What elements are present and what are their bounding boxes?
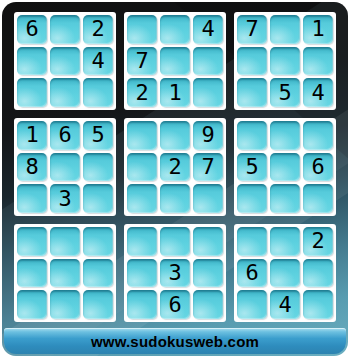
- cell-r4c5[interactable]: [160, 121, 190, 150]
- cell-r9c1[interactable]: [17, 290, 47, 319]
- cell-r2c9[interactable]: [303, 47, 333, 76]
- cell-r4c1[interactable]: 1: [17, 121, 47, 150]
- box-3-1: [14, 224, 116, 322]
- cell-r8c9[interactable]: [303, 259, 333, 288]
- cell-r6c5[interactable]: [160, 184, 190, 213]
- cell-r5c1[interactable]: 8: [17, 153, 47, 182]
- cell-r3c4[interactable]: 2: [127, 78, 157, 107]
- cell-r5c7[interactable]: 5: [237, 153, 267, 182]
- cell-r5c8[interactable]: [270, 153, 300, 182]
- cell-r8c2[interactable]: [50, 259, 80, 288]
- cell-r5c9[interactable]: 6: [303, 153, 333, 182]
- cell-r1c7[interactable]: 7: [237, 15, 267, 44]
- cell-r6c1[interactable]: [17, 184, 47, 213]
- cell-r1c4[interactable]: [127, 15, 157, 44]
- cell-r9c5[interactable]: 6: [160, 290, 190, 319]
- cell-r6c2[interactable]: 3: [50, 184, 80, 213]
- cell-r4c2[interactable]: 6: [50, 121, 80, 150]
- cell-r7c3[interactable]: [83, 227, 113, 256]
- box-1-1: 624: [14, 12, 116, 110]
- cell-r5c2[interactable]: [50, 153, 80, 182]
- cell-r8c8[interactable]: [270, 259, 300, 288]
- cell-r5c4[interactable]: [127, 153, 157, 182]
- sudoku-board: 62447217154165839275636264: [14, 12, 336, 322]
- box-1-2: 4721: [124, 12, 226, 110]
- cell-r2c4[interactable]: 7: [127, 47, 157, 76]
- cell-r2c3[interactable]: 4: [83, 47, 113, 76]
- cell-r6c9[interactable]: [303, 184, 333, 213]
- cell-r1c8[interactable]: [270, 15, 300, 44]
- cell-r7c2[interactable]: [50, 227, 80, 256]
- cell-r8c5[interactable]: 3: [160, 259, 190, 288]
- cell-r2c1[interactable]: [17, 47, 47, 76]
- cell-r6c6[interactable]: [193, 184, 223, 213]
- cell-r8c1[interactable]: [17, 259, 47, 288]
- cell-r9c6[interactable]: [193, 290, 223, 319]
- footer-bar: www.sudokusweb.com: [4, 328, 346, 354]
- cell-r6c7[interactable]: [237, 184, 267, 213]
- cell-r1c2[interactable]: [50, 15, 80, 44]
- cell-r7c9[interactable]: 2: [303, 227, 333, 256]
- cell-r3c8[interactable]: 5: [270, 78, 300, 107]
- cell-r9c4[interactable]: [127, 290, 157, 319]
- box-2-3: 56: [234, 118, 336, 216]
- cell-r1c3[interactable]: 2: [83, 15, 113, 44]
- cell-r7c5[interactable]: [160, 227, 190, 256]
- cell-r3c2[interactable]: [50, 78, 80, 107]
- cell-r4c7[interactable]: [237, 121, 267, 150]
- cell-r4c4[interactable]: [127, 121, 157, 150]
- box-2-1: 16583: [14, 118, 116, 216]
- cell-r3c1[interactable]: [17, 78, 47, 107]
- cell-r2c6[interactable]: [193, 47, 223, 76]
- cell-r6c3[interactable]: [83, 184, 113, 213]
- cell-r9c8[interactable]: 4: [270, 290, 300, 319]
- cell-r2c2[interactable]: [50, 47, 80, 76]
- cell-r4c9[interactable]: [303, 121, 333, 150]
- box-3-3: 264: [234, 224, 336, 322]
- box-3-2: 36: [124, 224, 226, 322]
- cell-r7c8[interactable]: [270, 227, 300, 256]
- cell-r5c5[interactable]: 2: [160, 153, 190, 182]
- cell-r2c5[interactable]: [160, 47, 190, 76]
- cell-r8c6[interactable]: [193, 259, 223, 288]
- cell-r3c9[interactable]: 4: [303, 78, 333, 107]
- cell-r3c6[interactable]: [193, 78, 223, 107]
- box-2-2: 927: [124, 118, 226, 216]
- cell-r5c3[interactable]: [83, 153, 113, 182]
- cell-r8c3[interactable]: [83, 259, 113, 288]
- cell-r9c3[interactable]: [83, 290, 113, 319]
- cell-r7c6[interactable]: [193, 227, 223, 256]
- cell-r1c6[interactable]: 4: [193, 15, 223, 44]
- site-link[interactable]: www.sudokusweb.com: [91, 333, 259, 350]
- cell-r6c4[interactable]: [127, 184, 157, 213]
- cell-r9c9[interactable]: [303, 290, 333, 319]
- cell-r7c7[interactable]: [237, 227, 267, 256]
- cell-r8c7[interactable]: 6: [237, 259, 267, 288]
- cell-r3c3[interactable]: [83, 78, 113, 107]
- cell-r9c2[interactable]: [50, 290, 80, 319]
- cell-r8c4[interactable]: [127, 259, 157, 288]
- cell-r6c8[interactable]: [270, 184, 300, 213]
- cell-r5c6[interactable]: 7: [193, 153, 223, 182]
- sudoku-page: 62447217154165839275636264 www.sudokuswe…: [0, 0, 350, 360]
- cell-r1c1[interactable]: 6: [17, 15, 47, 44]
- board-frame: 62447217154165839275636264 www.sudokuswe…: [2, 2, 348, 356]
- cell-r3c5[interactable]: 1: [160, 78, 190, 107]
- cell-r7c4[interactable]: [127, 227, 157, 256]
- cell-r7c1[interactable]: [17, 227, 47, 256]
- cell-r4c8[interactable]: [270, 121, 300, 150]
- cell-r2c8[interactable]: [270, 47, 300, 76]
- cell-r1c9[interactable]: 1: [303, 15, 333, 44]
- cell-r9c7[interactable]: [237, 290, 267, 319]
- cell-r1c5[interactable]: [160, 15, 190, 44]
- cell-r3c7[interactable]: [237, 78, 267, 107]
- cell-r4c6[interactable]: 9: [193, 121, 223, 150]
- cell-r4c3[interactable]: 5: [83, 121, 113, 150]
- box-1-3: 7154: [234, 12, 336, 110]
- cell-r2c7[interactable]: [237, 47, 267, 76]
